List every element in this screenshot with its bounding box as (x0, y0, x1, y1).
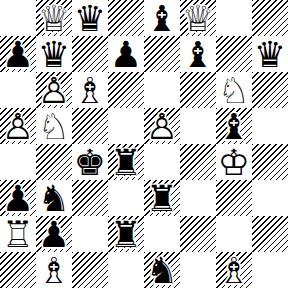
square-d3[interactable] (108, 180, 144, 216)
square-b4[interactable] (36, 144, 72, 180)
square-a5[interactable]: ♟♙ (0, 108, 36, 144)
square-e1[interactable]: ♞♞ (144, 252, 180, 288)
square-c2[interactable] (72, 216, 108, 252)
square-h5[interactable] (252, 108, 288, 144)
square-e3[interactable]: ♜♜ (144, 180, 180, 216)
square-e5[interactable]: ♟♙ (144, 108, 180, 144)
square-g8[interactable] (216, 0, 252, 36)
black-queen-fill: ♛ (36, 36, 72, 72)
white-knight-fill: ♞ (36, 108, 72, 144)
black-rook-piece: ♜ (108, 144, 144, 180)
square-c4[interactable]: ♚♚ (72, 144, 108, 180)
square-a4[interactable] (0, 144, 36, 180)
white-knight-piece: ♘ (216, 72, 252, 108)
white-pawn-fill: ♟ (144, 108, 180, 144)
square-c5[interactable] (72, 108, 108, 144)
square-b2[interactable]: ♟♟ (36, 216, 72, 252)
square-b8[interactable]: ♛♕ (36, 0, 72, 36)
square-c8[interactable]: ♛♛ (72, 0, 108, 36)
white-bishop-fill: ♝ (216, 252, 252, 288)
black-pawn-piece: ♟ (0, 36, 36, 72)
white-bishop-piece: ♗ (72, 72, 108, 108)
square-h6[interactable] (252, 72, 288, 108)
black-rook-fill: ♜ (108, 216, 144, 252)
square-f4[interactable] (180, 144, 216, 180)
white-queen-fill: ♛ (180, 0, 216, 36)
square-h7[interactable]: ♛♛ (252, 36, 288, 72)
square-h3[interactable] (252, 180, 288, 216)
square-g4[interactable]: ♚♔ (216, 144, 252, 180)
square-f3[interactable] (180, 180, 216, 216)
black-bishop-piece: ♝ (180, 36, 216, 72)
black-pawn-fill: ♟ (0, 36, 36, 72)
square-b5[interactable]: ♞♘ (36, 108, 72, 144)
square-d2[interactable]: ♜♜ (108, 216, 144, 252)
black-queen-fill: ♛ (252, 36, 288, 72)
square-g2[interactable] (216, 216, 252, 252)
square-f6[interactable] (180, 72, 216, 108)
black-knight-fill: ♞ (36, 180, 72, 216)
black-bishop-fill: ♝ (216, 108, 252, 144)
square-e6[interactable] (144, 72, 180, 108)
square-h4[interactable] (252, 144, 288, 180)
black-pawn-piece: ♟ (108, 36, 144, 72)
square-d4[interactable]: ♜♜ (108, 144, 144, 180)
square-g5[interactable]: ♝♝ (216, 108, 252, 144)
black-pawn-fill: ♟ (0, 180, 36, 216)
square-g7[interactable] (216, 36, 252, 72)
black-queen-fill: ♛ (72, 0, 108, 36)
white-rook-piece: ♖ (0, 216, 36, 252)
white-queen-fill: ♛ (36, 0, 72, 36)
white-rook-fill: ♜ (0, 216, 36, 252)
square-a1[interactable] (0, 252, 36, 288)
white-bishop-fill: ♝ (72, 72, 108, 108)
square-f7[interactable]: ♝♝ (180, 36, 216, 72)
white-queen-piece: ♕ (180, 0, 216, 36)
black-rook-piece: ♜ (144, 180, 180, 216)
square-b3[interactable]: ♞♞ (36, 180, 72, 216)
square-c3[interactable] (72, 180, 108, 216)
square-f8[interactable]: ♛♕ (180, 0, 216, 36)
white-king-fill: ♚ (216, 144, 252, 180)
black-bishop-piece: ♝ (144, 0, 180, 36)
square-a8[interactable] (0, 0, 36, 36)
square-e2[interactable] (144, 216, 180, 252)
white-pawn-piece: ♙ (0, 108, 36, 144)
square-d6[interactable] (108, 72, 144, 108)
black-knight-piece: ♞ (144, 252, 180, 288)
square-b6[interactable]: ♟♙ (36, 72, 72, 108)
black-bishop-fill: ♝ (144, 0, 180, 36)
black-rook-fill: ♜ (108, 144, 144, 180)
square-d8[interactable] (108, 0, 144, 36)
black-rook-fill: ♜ (144, 180, 180, 216)
black-queen-piece: ♛ (72, 0, 108, 36)
square-g6[interactable]: ♞♘ (216, 72, 252, 108)
black-knight-fill: ♞ (144, 252, 180, 288)
black-queen-piece: ♛ (36, 36, 72, 72)
square-h2[interactable] (252, 216, 288, 252)
black-rook-piece: ♜ (108, 216, 144, 252)
square-b1[interactable]: ♝♗ (36, 252, 72, 288)
black-bishop-piece: ♝ (216, 108, 252, 144)
white-pawn-fill: ♟ (36, 72, 72, 108)
square-c7[interactable] (72, 36, 108, 72)
square-a2[interactable]: ♜♖ (0, 216, 36, 252)
square-c6[interactable]: ♝♗ (72, 72, 108, 108)
chess-board: ♛♕♛♛♝♝♛♕♟♟♛♛♟♟♝♝♛♛♟♙♝♗♞♘♟♙♞♘♟♙♝♝♚♚♜♜♚♔♟♟… (0, 0, 288, 288)
black-queen-piece: ♛ (252, 36, 288, 72)
white-bishop-fill: ♝ (36, 252, 72, 288)
white-knight-fill: ♞ (216, 72, 252, 108)
square-a3[interactable]: ♟♟ (0, 180, 36, 216)
square-c1[interactable] (72, 252, 108, 288)
white-pawn-fill: ♟ (0, 108, 36, 144)
black-pawn-piece: ♟ (36, 216, 72, 252)
square-e7[interactable] (144, 36, 180, 72)
square-h8[interactable] (252, 0, 288, 36)
black-king-fill: ♚ (72, 144, 108, 180)
white-king-piece: ♔ (216, 144, 252, 180)
square-d7[interactable]: ♟♟ (108, 36, 144, 72)
square-g1[interactable]: ♝♗ (216, 252, 252, 288)
square-a6[interactable] (0, 72, 36, 108)
square-d1[interactable] (108, 252, 144, 288)
square-a7[interactable]: ♟♟ (0, 36, 36, 72)
square-e8[interactable]: ♝♝ (144, 0, 180, 36)
black-bishop-fill: ♝ (180, 36, 216, 72)
black-knight-piece: ♞ (36, 180, 72, 216)
white-pawn-piece: ♙ (36, 72, 72, 108)
square-g3[interactable] (216, 180, 252, 216)
white-knight-piece: ♘ (36, 108, 72, 144)
square-f5[interactable] (180, 108, 216, 144)
square-f2[interactable] (180, 216, 216, 252)
square-f1[interactable] (180, 252, 216, 288)
white-bishop-piece: ♗ (36, 252, 72, 288)
black-king-piece: ♚ (72, 144, 108, 180)
square-e4[interactable] (144, 144, 180, 180)
white-queen-piece: ♕ (36, 0, 72, 36)
black-pawn-fill: ♟ (36, 216, 72, 252)
white-bishop-piece: ♗ (216, 252, 252, 288)
square-b7[interactable]: ♛♛ (36, 36, 72, 72)
white-pawn-piece: ♙ (144, 108, 180, 144)
black-pawn-fill: ♟ (108, 36, 144, 72)
black-pawn-piece: ♟ (0, 180, 36, 216)
square-d5[interactable] (108, 108, 144, 144)
square-h1[interactable] (252, 252, 288, 288)
